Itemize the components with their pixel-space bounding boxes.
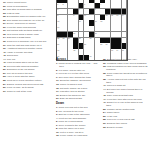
cell-number: 6 bbox=[79, 9, 80, 11]
clue-number: 47. bbox=[103, 98, 107, 100]
clue-number: 8. bbox=[56, 127, 59, 129]
down-heading: Down bbox=[56, 102, 100, 105]
grid-cell[interactable] bbox=[62, 15, 67, 20]
clue-item: 30. Wriggling catch in the creel's mudsi… bbox=[103, 62, 148, 65]
black-cell bbox=[122, 9, 127, 14]
clue-number: 1. bbox=[56, 106, 59, 108]
grid-cell[interactable]: 27 bbox=[57, 43, 62, 48]
clue-item: 5. In a while, maybe later on bbox=[56, 69, 100, 72]
black-cell bbox=[116, 9, 121, 14]
clue-number: 49. bbox=[103, 101, 107, 103]
clue-number: 12. bbox=[56, 134, 60, 136]
grid-cell[interactable] bbox=[105, 32, 110, 37]
grid-cell[interactable]: 1 bbox=[57, 3, 62, 8]
cell-number: 4 bbox=[100, 3, 101, 5]
black-cell bbox=[73, 9, 78, 14]
clue-item: 10. Left in a hurry, old style bbox=[56, 131, 100, 134]
grid-cell[interactable] bbox=[122, 3, 127, 8]
grid-cell[interactable]: 34 bbox=[116, 49, 121, 54]
black-cell bbox=[111, 9, 116, 14]
clue-number: 13. bbox=[56, 83, 60, 85]
clue-item: 40. Hardly a friendly greeting bbox=[3, 51, 52, 54]
cell-number: 25 bbox=[79, 38, 81, 40]
clue-item: 50. Scoundrel of the old school bbox=[3, 68, 52, 71]
clue-item: 23. Puts up with bbox=[3, 12, 52, 15]
black-cell bbox=[57, 32, 62, 37]
grid-cell[interactable]: 11 bbox=[105, 15, 110, 20]
clue-item: 1. These begin a contest (on) trial ... … bbox=[56, 62, 100, 68]
grid-cell[interactable] bbox=[111, 32, 116, 37]
clue-number: 31. bbox=[3, 29, 7, 31]
grid-cell[interactable] bbox=[95, 43, 100, 48]
cell-number: 34 bbox=[116, 49, 118, 51]
clue-item: 21. Easy as falling off this bbox=[56, 97, 100, 100]
clue-item: 28. Spoons turned on stage (var.) bbox=[103, 58, 148, 61]
grid-cell[interactable] bbox=[84, 49, 89, 54]
clue-number: 61. bbox=[3, 90, 7, 92]
black-cell bbox=[89, 9, 94, 14]
cell-number: 27 bbox=[57, 43, 59, 45]
grid-cell[interactable] bbox=[68, 15, 73, 20]
clue-item: 49. Show it in a year of the shore's end… bbox=[103, 101, 148, 107]
clue-item: 12. Penny candy of years back bbox=[56, 134, 100, 137]
grid-cell[interactable]: 18 bbox=[100, 20, 105, 25]
grid-cell[interactable]: 20 bbox=[73, 32, 78, 37]
grid-cell[interactable]: 29 bbox=[100, 43, 105, 48]
clue-number: 19. bbox=[56, 94, 60, 96]
grid-cell[interactable] bbox=[62, 9, 67, 14]
clue-number: 29. bbox=[3, 26, 7, 28]
clue-item: 47. Keep they then stayed on the floor bbox=[103, 98, 148, 101]
clue-number: 30. bbox=[103, 62, 107, 64]
clue-number: 48. bbox=[3, 65, 7, 67]
clue-number: 10. bbox=[56, 131, 60, 133]
clue-number: 1. bbox=[56, 62, 59, 64]
clue-number: 6. bbox=[56, 124, 59, 126]
clue-item: 61. Come to rest at the curb bbox=[3, 90, 52, 93]
clue-number: 56. bbox=[103, 115, 107, 117]
cell-number: 23 bbox=[63, 38, 65, 40]
black-cell bbox=[122, 43, 127, 48]
cell-number: 22 bbox=[57, 38, 59, 40]
clue-item: 54. Name taken bbox=[103, 111, 148, 114]
cell-number: 16 bbox=[79, 20, 81, 22]
grid-cell[interactable]: 5 bbox=[57, 9, 62, 14]
clue-number: 5. bbox=[56, 120, 59, 122]
grid-cell[interactable]: 17 bbox=[95, 20, 100, 25]
clue-number: 3. bbox=[56, 113, 59, 115]
clue-item: 31. Not parting with anything whatever bbox=[3, 29, 52, 32]
grid-cell[interactable] bbox=[116, 3, 121, 8]
grid-cell[interactable]: 8 bbox=[57, 15, 62, 20]
grid-cell[interactable] bbox=[89, 43, 94, 48]
grid-cell[interactable]: 9 bbox=[73, 15, 78, 20]
grid-cell[interactable]: 6 bbox=[79, 9, 84, 14]
clue-item: 13. Where to hang a coat bbox=[56, 83, 100, 86]
clue-item: 48. Covered with morning moisture bbox=[3, 65, 52, 68]
grid-cell[interactable] bbox=[84, 38, 89, 43]
grid-cell[interactable] bbox=[122, 26, 127, 31]
black-cell bbox=[73, 43, 78, 48]
clue-item: 9. One more time around the track bbox=[56, 76, 100, 79]
clue-item: 4. Went like the wind downhill bbox=[56, 117, 100, 120]
clue-number: 2. bbox=[56, 110, 59, 112]
across-clue-list: 1. These begin a contest (on) trial ... … bbox=[56, 62, 100, 100]
grid-cell[interactable]: 12 bbox=[111, 15, 116, 20]
grid-cell[interactable]: 10 bbox=[84, 15, 89, 20]
grid-cell[interactable] bbox=[68, 9, 73, 14]
clue-number: 35. bbox=[103, 72, 107, 74]
clue-item: 27. Deeply held belief or opinion bbox=[3, 22, 52, 25]
clue-number: 59. bbox=[3, 86, 7, 88]
grid-cell[interactable] bbox=[105, 49, 110, 54]
cell-number: 26 bbox=[89, 38, 91, 40]
cell-number: 14 bbox=[122, 15, 124, 17]
grid-cell[interactable] bbox=[89, 3, 94, 8]
clue-item: 2. Pay no mind to the rules bbox=[56, 110, 100, 113]
grid-cell[interactable] bbox=[116, 32, 121, 37]
grid-cell[interactable] bbox=[122, 38, 127, 43]
cell-number: 5 bbox=[57, 9, 58, 11]
clue-item: 15. Not quite closed, as a door bbox=[56, 87, 100, 90]
clue-item: 11. Scrub the mission, as planned bbox=[56, 79, 100, 82]
cell-number: 24 bbox=[68, 38, 70, 40]
clue-number: 58. bbox=[103, 118, 107, 120]
black-cell bbox=[116, 43, 121, 48]
clue-number: 20. bbox=[3, 5, 7, 7]
clue-item: 58. Turn over a new leaf at last bbox=[103, 118, 148, 121]
clue-item: 44. Bet once too long a trolling there i… bbox=[103, 88, 148, 94]
clue-number: 25. bbox=[3, 15, 7, 17]
black-cell bbox=[73, 38, 78, 43]
grid-cell[interactable] bbox=[105, 20, 110, 25]
clue-item: 20. Word of mild dismay bbox=[3, 5, 52, 8]
clue-number: 54. bbox=[103, 111, 107, 113]
grid-cell[interactable] bbox=[100, 32, 105, 37]
down-clue-list: 1. Coral reef ring out in the sea2. Pay … bbox=[56, 106, 100, 137]
clue-item: 21. Thin strip of wood used in building bbox=[3, 8, 52, 11]
cell-number: 8 bbox=[57, 15, 58, 17]
cell-number: 31 bbox=[57, 49, 59, 51]
grid-cell[interactable] bbox=[68, 49, 73, 54]
grid-cell[interactable]: 26 bbox=[89, 38, 94, 43]
grid-cell[interactable] bbox=[84, 26, 89, 31]
cell-number: 7 bbox=[95, 9, 96, 11]
clue-item: 45. Carry plain drug that calls bbox=[103, 94, 148, 97]
cell-number: 28 bbox=[84, 43, 86, 45]
clue-item: 39. Apartment dweller's monthly check bbox=[3, 47, 52, 50]
grid-cell[interactable] bbox=[122, 32, 127, 37]
grid-cell[interactable] bbox=[62, 49, 67, 54]
black-cell bbox=[111, 38, 116, 43]
black-cell bbox=[79, 15, 84, 20]
clue-number: 50. bbox=[3, 68, 7, 70]
clue-column-right: 28. Spoons turned on stage (var.)30. Wri… bbox=[103, 58, 148, 129]
clue-number: 19. bbox=[3, 1, 7, 3]
clue-item: 32. Item pulled along a snowy road bbox=[3, 33, 52, 36]
grid-cell[interactable] bbox=[79, 32, 84, 37]
clue-number: 23. bbox=[3, 12, 7, 14]
cell-number: 11 bbox=[106, 15, 108, 17]
clue-number: 4. bbox=[56, 117, 59, 119]
clue-number: 38. bbox=[103, 78, 107, 80]
clue-item: 17. Fish story teller's stretch bbox=[56, 90, 100, 93]
black-cell bbox=[111, 43, 116, 48]
clue-item: 5. Place for a porch swing bbox=[56, 120, 100, 123]
clue-number: 27. bbox=[3, 22, 7, 24]
cell-number: 1 bbox=[57, 3, 58, 5]
grid-cell[interactable]: 30 bbox=[105, 43, 110, 48]
grid-cell[interactable] bbox=[95, 26, 100, 31]
clue-number: 52. bbox=[103, 108, 107, 110]
grid-cell[interactable] bbox=[100, 26, 105, 31]
cell-number: 12 bbox=[111, 15, 113, 17]
clue-number: 44. bbox=[3, 58, 7, 60]
crossword-grid: 1234567891011121314151617181920212223242… bbox=[56, 0, 128, 61]
across-heading: Across bbox=[56, 58, 100, 61]
grid-cell[interactable] bbox=[111, 3, 116, 8]
cell-number: 17 bbox=[95, 20, 97, 22]
cell-number: 3 bbox=[84, 3, 85, 5]
grid-cell[interactable] bbox=[111, 20, 116, 25]
cell-number: 19 bbox=[57, 26, 59, 28]
cell-number: 30 bbox=[106, 43, 108, 45]
clue-number: 7. bbox=[56, 72, 59, 74]
grid-cell[interactable]: 21 bbox=[95, 32, 100, 37]
clue-item: 3. Spot for a nap in the afternoon bbox=[56, 113, 100, 116]
grid-cell[interactable]: 23 bbox=[62, 38, 67, 43]
grid-cell[interactable] bbox=[89, 26, 94, 31]
grid-cell[interactable]: 2 bbox=[62, 3, 67, 8]
clue-item: 37. Took the bait and paid dearly for it bbox=[3, 44, 52, 47]
clue-number: 21. bbox=[3, 8, 7, 10]
clue-item: 19. Wheel mount piece bbox=[3, 1, 52, 4]
cell-number: 20 bbox=[73, 32, 75, 34]
grid-cell[interactable]: 24 bbox=[68, 38, 73, 43]
clue-item: 38. Anyone who put out extra onto the ol… bbox=[103, 78, 148, 84]
grid-cell[interactable]: 13 bbox=[116, 15, 121, 20]
grid-cell[interactable] bbox=[95, 49, 100, 54]
clue-number: 9. bbox=[56, 76, 59, 78]
grid-cell[interactable] bbox=[73, 20, 78, 25]
grid-cell[interactable] bbox=[62, 26, 67, 31]
grid-cell[interactable] bbox=[73, 3, 78, 8]
clue-number: 40. bbox=[3, 51, 7, 53]
black-cell bbox=[105, 38, 110, 43]
black-cell bbox=[89, 20, 94, 25]
clue-item: 52. Wander off the beaten path bbox=[103, 108, 148, 111]
clue-number: 55. bbox=[3, 79, 7, 81]
grid-cell[interactable] bbox=[100, 49, 105, 54]
clue-item: 44. Way out bbox=[3, 58, 52, 61]
clue-item: 56. In the end bbox=[103, 115, 148, 118]
grid-cell[interactable] bbox=[68, 20, 73, 25]
cell-number: 21 bbox=[95, 32, 97, 34]
grid-cell[interactable] bbox=[105, 3, 110, 8]
cell-number: 9 bbox=[73, 15, 74, 17]
clue-item: 35. Gone under the tallest peak of fortu… bbox=[103, 72, 148, 78]
cell-number: 18 bbox=[100, 20, 102, 22]
black-cell bbox=[62, 32, 67, 37]
clue-item: 57. Signed, sealed and delivered at last bbox=[3, 83, 52, 86]
clue-column-left: 19. Wheel mount piece20. Word of mild di… bbox=[3, 1, 52, 93]
grid-cell[interactable] bbox=[122, 20, 127, 25]
grid-cell[interactable] bbox=[73, 26, 78, 31]
grid-cell[interactable]: 3 bbox=[84, 3, 89, 8]
grid-cell[interactable]: 25 bbox=[79, 38, 84, 43]
grid-cell[interactable]: 35 bbox=[122, 49, 127, 54]
black-cell bbox=[95, 3, 100, 8]
grid-cell[interactable]: 32 bbox=[73, 49, 78, 54]
grid-cell[interactable] bbox=[116, 20, 121, 25]
clue-number: 57. bbox=[3, 83, 7, 85]
black-cell bbox=[100, 38, 105, 43]
grid-cell[interactable] bbox=[89, 49, 94, 54]
grid-cell[interactable] bbox=[105, 26, 110, 31]
grid-cell[interactable] bbox=[84, 20, 89, 25]
grid-cell[interactable] bbox=[68, 26, 73, 31]
clue-number: 51. bbox=[3, 72, 7, 74]
grid-cell[interactable] bbox=[79, 26, 84, 31]
clue-number: 39. bbox=[3, 47, 7, 49]
clue-number: 11. bbox=[56, 79, 60, 81]
grid-cell[interactable] bbox=[62, 20, 67, 25]
clue-item: 46. Farm building with a loft up top bbox=[3, 61, 52, 64]
grid-cell[interactable]: 16 bbox=[79, 20, 84, 25]
clue-item: 19. Bring in the sheaves, say bbox=[56, 94, 100, 97]
crossword-page: 19. Wheel mount piece20. Word of mild di… bbox=[0, 0, 150, 150]
clue-number: 17. bbox=[56, 90, 60, 92]
clue-item: 53. Have a meal with the family bbox=[3, 75, 52, 78]
clue-item: 41. There's a small bit bbox=[103, 84, 148, 87]
grid-cell[interactable] bbox=[116, 26, 121, 31]
clue-item: 60. Song for two voices bbox=[103, 122, 148, 125]
clue-item: 59. Piece of cake, so to speak bbox=[3, 86, 52, 89]
grid-cell[interactable]: 22 bbox=[57, 38, 62, 43]
cell-number: 35 bbox=[122, 49, 124, 51]
clue-number: 5. bbox=[56, 69, 59, 71]
cell-number: 10 bbox=[84, 15, 86, 17]
clue-number: 53. bbox=[3, 75, 7, 77]
clue-item: 33. Last preparation for this round and … bbox=[103, 65, 148, 71]
grid-cell[interactable]: 7 bbox=[95, 9, 100, 14]
clue-item: 6. Gave a hand to the winner bbox=[56, 124, 100, 127]
clue-number: 62. bbox=[103, 126, 107, 128]
clue-number: 32. bbox=[3, 33, 7, 35]
grid-cell[interactable]: 28 bbox=[84, 43, 89, 48]
black-cell bbox=[79, 3, 84, 8]
clue-item: 36. Goes over a boundary line in a big w… bbox=[3, 40, 52, 43]
grid-cell[interactable] bbox=[100, 9, 105, 14]
clue-item: 55. Went off in a new direction entirely bbox=[3, 79, 52, 82]
clue-number: 44. bbox=[103, 88, 107, 90]
clue-item: 1. Coral reef ring out in the sea bbox=[56, 106, 100, 109]
clue-item: 26. One whose servings are up in the air bbox=[3, 19, 52, 22]
grid-cell[interactable] bbox=[89, 15, 94, 20]
clue-item: 42. Opera solo bbox=[3, 54, 52, 57]
grid-cell[interactable] bbox=[68, 3, 73, 8]
clue-item: 34. Sign gas in glass tubes bbox=[3, 36, 52, 39]
grid-cell[interactable] bbox=[111, 26, 116, 31]
clue-item: 51. Tiny bit of land in the sea bbox=[3, 72, 52, 75]
grid-cell[interactable] bbox=[84, 9, 89, 14]
black-cell bbox=[100, 15, 105, 20]
clue-item: 8. Took the wheel for a spin bbox=[56, 127, 100, 130]
grid-cell[interactable] bbox=[95, 38, 100, 43]
clue-item: 29. Keep the home fires burning bbox=[3, 26, 52, 29]
grid-cell[interactable]: 33 bbox=[111, 49, 116, 54]
clue-number: 26. bbox=[3, 19, 7, 21]
grid-cell[interactable] bbox=[68, 43, 73, 48]
grid-cell[interactable] bbox=[79, 49, 84, 54]
grid-cell[interactable]: 4 bbox=[100, 3, 105, 8]
grid-cell[interactable]: 14 bbox=[122, 15, 127, 20]
grid-cell[interactable] bbox=[95, 15, 100, 20]
cell-number: 2 bbox=[63, 3, 64, 5]
clue-number: 60. bbox=[103, 122, 107, 124]
grid-cell[interactable] bbox=[62, 43, 67, 48]
clue-number: 33. bbox=[103, 65, 107, 67]
black-cell bbox=[68, 32, 73, 37]
clue-number: 15. bbox=[56, 87, 60, 89]
cell-number: 13 bbox=[116, 15, 118, 17]
clue-number: 41. bbox=[103, 84, 107, 86]
cell-number: 37 bbox=[89, 55, 91, 57]
cell-number: 29 bbox=[100, 43, 102, 45]
black-cell bbox=[89, 32, 94, 37]
clue-number: 36. bbox=[3, 40, 7, 42]
clue-number: 21. bbox=[56, 97, 60, 99]
clue-item: 7. Keep an eye on the little ones bbox=[56, 72, 100, 75]
grid-cell[interactable]: 19 bbox=[57, 26, 62, 31]
cell-number: 32 bbox=[73, 49, 75, 51]
grid-cell[interactable]: 15 bbox=[57, 20, 62, 25]
clue-number: 28. bbox=[103, 58, 107, 60]
clue-item: 62. Bring to a close bbox=[103, 126, 148, 129]
grid-cell[interactable] bbox=[84, 32, 89, 37]
black-cell bbox=[105, 9, 110, 14]
black-cell bbox=[79, 43, 84, 48]
clue-number: 37. bbox=[3, 44, 7, 46]
cell-number: 15 bbox=[57, 20, 59, 22]
clue-number: 45. bbox=[103, 94, 107, 96]
clue-number: 46. bbox=[3, 61, 7, 63]
clue-item: 25. Exclamation when an answer hits you bbox=[3, 15, 52, 18]
clue-number: 42. bbox=[3, 54, 7, 56]
black-cell bbox=[116, 38, 121, 43]
clue-number: 34. bbox=[3, 36, 7, 38]
cell-number: 33 bbox=[111, 49, 113, 51]
clue-column-middle: Across 1. These begin a contest (on) tri… bbox=[56, 58, 100, 138]
grid-cell[interactable]: 31 bbox=[57, 49, 62, 54]
